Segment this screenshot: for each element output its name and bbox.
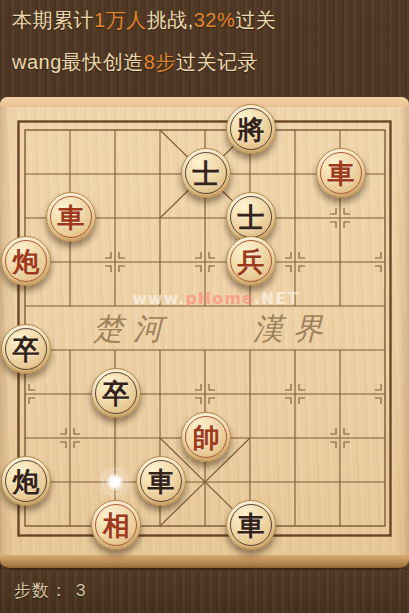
record-text: 过关记录: [176, 51, 258, 73]
piece-black-advisor[interactable]: 士: [226, 192, 276, 242]
piece-red-cannon[interactable]: 炮: [1, 236, 51, 286]
piece-glyph: 將: [227, 105, 275, 153]
piece-glyph: 炮: [2, 237, 50, 285]
move-counter: 步数：3: [14, 579, 86, 602]
piece-black-advisor[interactable]: 士: [181, 148, 231, 198]
move-counter-value: 3: [76, 581, 86, 600]
piece-red-general[interactable]: 帥: [181, 412, 231, 462]
status-bar: 步数：3: [0, 570, 409, 613]
piece-glyph: 兵: [227, 237, 275, 285]
record-steps: 8步: [144, 51, 176, 73]
stats-participants: 1万人: [94, 9, 147, 31]
board-bottom-bevel: [0, 555, 409, 570]
piece-red-chariot[interactable]: 車: [316, 148, 366, 198]
piece-glyph: 士: [182, 149, 230, 197]
piece-black-cannon[interactable]: 炮: [1, 456, 51, 506]
stats-pass-rate: 32%: [194, 9, 236, 31]
piece-glyph: 炮: [2, 457, 50, 505]
piece-red-soldier[interactable]: 兵: [226, 236, 276, 286]
piece-glyph: 車: [137, 457, 185, 505]
piece-glyph: 車: [227, 501, 275, 549]
board-top-bevel: [0, 97, 409, 107]
stats-text: 本期累计: [12, 9, 94, 31]
stats-text: 挑战,: [147, 9, 194, 31]
piece-glyph: 卒: [92, 369, 140, 417]
record-text: wang最快创造: [12, 51, 144, 73]
piece-black-chariot[interactable]: 車: [226, 500, 276, 550]
piece-black-general[interactable]: 將: [226, 104, 276, 154]
piece-glyph: 卒: [2, 325, 50, 373]
piece-black-soldier[interactable]: 卒: [91, 368, 141, 418]
piece-red-chariot[interactable]: 車: [46, 192, 96, 242]
app-screen: 本期累计1万人挑战,32%过关 wang最快创造8步过关记录 楚河 漢界 www…: [0, 0, 409, 613]
challenge-stats-line: 本期累计1万人挑战,32%过关: [12, 7, 276, 34]
piece-glyph: 相: [92, 501, 140, 549]
stats-text: 过关: [235, 9, 276, 31]
piece-glyph: 車: [47, 193, 95, 241]
piece-black-chariot[interactable]: 車: [136, 456, 186, 506]
record-line: wang最快创造8步过关记录: [12, 49, 258, 76]
piece-glyph: 車: [317, 149, 365, 197]
piece-red-elephant[interactable]: 相: [91, 500, 141, 550]
piece-black-soldier[interactable]: 卒: [1, 324, 51, 374]
challenge-banner: 本期累计1万人挑战,32%过关 wang最快创造8步过关记录: [0, 0, 409, 97]
piece-glyph: 帥: [182, 413, 230, 461]
move-counter-label: 步数：: [14, 581, 68, 600]
piece-glyph: 士: [227, 193, 275, 241]
